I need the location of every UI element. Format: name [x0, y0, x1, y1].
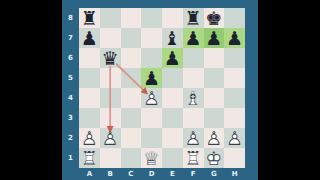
square-g5[interactable]	[204, 68, 225, 88]
square-f2[interactable]: ♟♙	[183, 128, 204, 148]
chess-board[interactable]: ♜♜♚♟♝♟♟♟♛♟♟♟♙♝♗♟♙♟♙♟♙♟♙♟♙♜♖♛♕♜♖♚♔	[79, 8, 245, 168]
square-e3[interactable]	[162, 108, 183, 128]
square-a4[interactable]	[79, 88, 100, 108]
square-h3[interactable]	[224, 108, 245, 128]
file-label-a: A	[79, 168, 100, 180]
square-c8[interactable]	[121, 8, 142, 28]
piece-white-pawn[interactable]: ♟♙	[79, 128, 100, 148]
square-b1[interactable]	[100, 148, 121, 168]
piece-black-rook[interactable]: ♜	[79, 8, 100, 28]
piece-black-rook[interactable]: ♜	[183, 8, 204, 28]
square-f6[interactable]	[183, 48, 204, 68]
piece-white-rook[interactable]: ♜♖	[183, 148, 204, 168]
piece-white-pawn[interactable]: ♟♙	[100, 128, 121, 148]
piece-white-pawn[interactable]: ♟♙	[224, 128, 245, 148]
square-g1[interactable]: ♚♔	[204, 148, 225, 168]
square-g4[interactable]	[204, 88, 225, 108]
square-c5[interactable]	[121, 68, 142, 88]
piece-black-pawn[interactable]: ♟	[204, 28, 225, 48]
square-d5[interactable]: ♟	[141, 68, 162, 88]
rank-label-6: 6	[62, 48, 79, 68]
square-h2[interactable]: ♟♙	[224, 128, 245, 148]
square-c6[interactable]	[121, 48, 142, 68]
piece-black-king[interactable]: ♚	[204, 8, 225, 28]
square-a5[interactable]	[79, 68, 100, 88]
file-label-h: H	[224, 168, 245, 180]
piece-white-bishop[interactable]: ♝♗	[183, 88, 204, 108]
square-f1[interactable]: ♜♖	[183, 148, 204, 168]
piece-white-pawn[interactable]: ♟♙	[141, 88, 162, 108]
square-h7[interactable]: ♟	[224, 28, 245, 48]
square-a8[interactable]: ♜	[79, 8, 100, 28]
square-c2[interactable]	[121, 128, 142, 148]
square-e4[interactable]	[162, 88, 183, 108]
square-a6[interactable]	[79, 48, 100, 68]
file-label-g: G	[204, 168, 225, 180]
square-e6[interactable]: ♟	[162, 48, 183, 68]
rank-label-8: 8	[62, 8, 79, 28]
square-a7[interactable]: ♟	[79, 28, 100, 48]
square-h1[interactable]	[224, 148, 245, 168]
square-b7[interactable]	[100, 28, 121, 48]
file-label-c: C	[121, 168, 142, 180]
file-labels: ABCDEFGH	[79, 168, 245, 180]
square-h8[interactable]	[224, 8, 245, 28]
rank-label-7: 7	[62, 28, 79, 48]
square-a3[interactable]	[79, 108, 100, 128]
square-e8[interactable]	[162, 8, 183, 28]
piece-black-pawn[interactable]: ♟	[79, 28, 100, 48]
square-d4[interactable]: ♟♙	[141, 88, 162, 108]
file-label-e: E	[162, 168, 183, 180]
square-a1[interactable]: ♜♖	[79, 148, 100, 168]
square-h5[interactable]	[224, 68, 245, 88]
square-d7[interactable]	[141, 28, 162, 48]
file-label-b: B	[100, 168, 121, 180]
square-a2[interactable]: ♟♙	[79, 128, 100, 148]
square-e2[interactable]	[162, 128, 183, 148]
square-g7[interactable]: ♟	[204, 28, 225, 48]
square-d2[interactable]	[141, 128, 162, 148]
piece-black-queen[interactable]: ♛	[100, 48, 121, 68]
square-c3[interactable]	[121, 108, 142, 128]
square-f8[interactable]: ♜	[183, 8, 204, 28]
rank-labels: 87654321	[62, 8, 79, 168]
piece-black-pawn[interactable]: ♟	[183, 28, 204, 48]
square-e5[interactable]	[162, 68, 183, 88]
piece-black-pawn[interactable]: ♟	[162, 48, 183, 68]
piece-black-bishop[interactable]: ♝	[162, 28, 183, 48]
rank-label-1: 1	[62, 148, 79, 168]
square-g8[interactable]: ♚	[204, 8, 225, 28]
square-c7[interactable]	[121, 28, 142, 48]
square-b5[interactable]	[100, 68, 121, 88]
square-c4[interactable]	[121, 88, 142, 108]
square-f4[interactable]: ♝♗	[183, 88, 204, 108]
piece-white-king[interactable]: ♚♔	[204, 148, 225, 168]
rank-label-5: 5	[62, 68, 79, 88]
square-e7[interactable]: ♝	[162, 28, 183, 48]
piece-black-pawn[interactable]: ♟	[141, 68, 162, 88]
piece-white-pawn[interactable]: ♟♙	[204, 128, 225, 148]
square-g6[interactable]	[204, 48, 225, 68]
square-b6[interactable]: ♛	[100, 48, 121, 68]
piece-black-pawn[interactable]: ♟	[224, 28, 245, 48]
rank-label-4: 4	[62, 88, 79, 108]
square-b4[interactable]	[100, 88, 121, 108]
file-label-f: F	[183, 168, 204, 180]
square-c1[interactable]	[121, 148, 142, 168]
square-d6[interactable]	[141, 48, 162, 68]
square-b3[interactable]	[100, 108, 121, 128]
square-h6[interactable]	[224, 48, 245, 68]
chess-app-window: 87654321 ♜♜♚♟♝♟♟♟♛♟♟♟♙♝♗♟♙♟♙♟♙♟♙♟♙♜♖♛♕♜♖…	[0, 0, 320, 180]
square-b8[interactable]	[100, 8, 121, 28]
square-b2[interactable]: ♟♙	[100, 128, 121, 148]
square-f3[interactable]	[183, 108, 204, 128]
square-d8[interactable]	[141, 8, 162, 28]
square-f5[interactable]	[183, 68, 204, 88]
rank-label-2: 2	[62, 128, 79, 148]
rank-label-3: 3	[62, 108, 79, 128]
square-g3[interactable]	[204, 108, 225, 128]
square-h4[interactable]	[224, 88, 245, 108]
piece-white-queen[interactable]: ♛♕	[141, 148, 162, 168]
file-label-d: D	[141, 168, 162, 180]
piece-white-pawn[interactable]: ♟♙	[183, 128, 204, 148]
piece-white-rook[interactable]: ♜♖	[79, 148, 100, 168]
square-f7[interactable]: ♟	[183, 28, 204, 48]
square-d3[interactable]	[141, 108, 162, 128]
square-e1[interactable]	[162, 148, 183, 168]
square-g2[interactable]: ♟♙	[204, 128, 225, 148]
square-d1[interactable]: ♛♕	[141, 148, 162, 168]
